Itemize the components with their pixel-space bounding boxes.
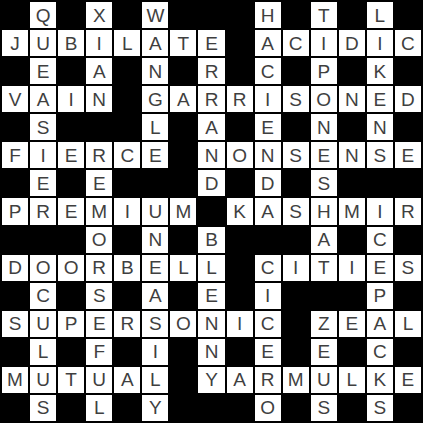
- letter-cell-r8c5[interactable]: N: [142, 227, 168, 253]
- block-cell-r6c2: [58, 170, 84, 196]
- block-cell-r6c12: [339, 170, 365, 196]
- letter-cell-r6c7[interactable]: D: [198, 170, 224, 196]
- letter-cell-r1c6[interactable]: T: [170, 30, 196, 56]
- letter-cell-r10c3[interactable]: S: [86, 283, 112, 309]
- letter-cell-r9c3[interactable]: R: [86, 255, 112, 281]
- letter-cell-r0c3[interactable]: X: [86, 2, 112, 28]
- letter-cell-r12c5[interactable]: I: [142, 339, 168, 365]
- letter-cell-r7c6[interactable]: M: [170, 198, 196, 224]
- letter-cell-r3c2[interactable]: I: [58, 86, 84, 112]
- block-cell-r8c12: [339, 227, 365, 253]
- letter-cell-r11c3[interactable]: E: [86, 311, 112, 337]
- letter-cell-r2c11[interactable]: P: [311, 58, 337, 84]
- letter-cell-r13c12[interactable]: L: [339, 367, 365, 393]
- letter-cell-r7c8[interactable]: K: [227, 198, 253, 224]
- letter-cell-r12c13[interactable]: C: [367, 339, 393, 365]
- letter-cell-r5c12[interactable]: N: [339, 142, 365, 168]
- letter-cell-r3c14[interactable]: D: [395, 86, 421, 112]
- letter-cell-r7c13[interactable]: I: [367, 198, 393, 224]
- letter-cell-r3c6[interactable]: A: [170, 86, 196, 112]
- letter-cell-r1c9[interactable]: A: [255, 30, 281, 56]
- letter-cell-r6c3[interactable]: E: [86, 170, 112, 196]
- letter-cell-r2c7[interactable]: R: [198, 58, 224, 84]
- letter-cell-r13c5[interactable]: L: [142, 367, 168, 393]
- letter-cell-r1c3[interactable]: I: [86, 30, 112, 56]
- block-cell-r14c7: [198, 395, 224, 421]
- block-cell-r12c2: [58, 339, 84, 365]
- letter-cell-r8c7[interactable]: B: [198, 227, 224, 253]
- letter-cell-r5c5[interactable]: E: [142, 142, 168, 168]
- letter-cell-r2c9[interactable]: C: [255, 58, 281, 84]
- letter-cell-r12c11[interactable]: E: [311, 339, 337, 365]
- block-cell-r2c12: [339, 58, 365, 84]
- letter-cell-r10c9[interactable]: I: [255, 283, 281, 309]
- block-cell-r6c5: [142, 170, 168, 196]
- letter-cell-r7c5[interactable]: U: [142, 198, 168, 224]
- letter-cell-r7c9[interactable]: A: [255, 198, 281, 224]
- letter-cell-r11c14[interactable]: L: [395, 311, 421, 337]
- letter-cell-r5c14[interactable]: E: [395, 142, 421, 168]
- letter-cell-r5c2[interactable]: E: [58, 142, 84, 168]
- letter-cell-r7c12[interactable]: M: [339, 198, 365, 224]
- letter-cell-r13c0[interactable]: M: [2, 367, 28, 393]
- letter-cell-r12c3[interactable]: F: [86, 339, 112, 365]
- letter-cell-r7c14[interactable]: R: [395, 198, 421, 224]
- block-cell-r12c10: [283, 339, 309, 365]
- block-cell-r8c14: [395, 227, 421, 253]
- letter-cell-r5c0[interactable]: F: [2, 142, 28, 168]
- block-cell-r12c12: [339, 339, 365, 365]
- letter-cell-r10c7[interactable]: E: [198, 283, 224, 309]
- letter-cell-r1c4[interactable]: L: [114, 30, 140, 56]
- block-cell-r8c0: [2, 227, 28, 253]
- block-cell-r10c0: [2, 283, 28, 309]
- letter-cell-r0c1[interactable]: Q: [30, 2, 56, 28]
- block-cell-r10c12: [339, 283, 365, 309]
- block-cell-r4c3: [86, 114, 112, 140]
- letter-cell-r5c1[interactable]: I: [30, 142, 56, 168]
- letter-cell-r4c11[interactable]: N: [311, 114, 337, 140]
- letter-cell-r6c9[interactable]: D: [255, 170, 281, 196]
- letter-cell-r5c4[interactable]: C: [114, 142, 140, 168]
- block-cell-r10c8: [227, 283, 253, 309]
- letter-cell-r9c2[interactable]: O: [58, 255, 84, 281]
- letter-cell-r6c11[interactable]: S: [311, 170, 337, 196]
- letter-cell-r9c14[interactable]: S: [395, 255, 421, 281]
- block-cell-r4c8: [227, 114, 253, 140]
- block-cell-r0c2: [58, 2, 84, 28]
- block-cell-r0c12: [339, 2, 365, 28]
- block-cell-r8c4: [114, 227, 140, 253]
- block-cell-r6c8: [227, 170, 253, 196]
- letter-cell-r0c9[interactable]: H: [255, 2, 281, 28]
- block-cell-r0c10: [283, 2, 309, 28]
- letter-cell-r7c0[interactable]: P: [2, 198, 28, 224]
- letter-cell-r3c3[interactable]: N: [86, 86, 112, 112]
- letter-cell-r1c7[interactable]: E: [198, 30, 224, 56]
- letter-cell-r14c11[interactable]: S: [311, 395, 337, 421]
- letter-cell-r11c9[interactable]: C: [255, 311, 281, 337]
- letter-cell-r0c11[interactable]: T: [311, 2, 337, 28]
- block-cell-r8c2: [58, 227, 84, 253]
- letter-cell-r13c8[interactable]: A: [227, 367, 253, 393]
- letter-cell-r3c7[interactable]: R: [198, 86, 224, 112]
- block-cell-r12c6: [170, 339, 196, 365]
- letter-cell-r1c5[interactable]: A: [142, 30, 168, 56]
- letter-cell-r8c11[interactable]: A: [311, 227, 337, 253]
- letter-cell-r13c7[interactable]: Y: [198, 367, 224, 393]
- letter-cell-r14c13[interactable]: S: [367, 395, 393, 421]
- letter-cell-r1c14[interactable]: C: [395, 30, 421, 56]
- letter-cell-r7c1[interactable]: R: [30, 198, 56, 224]
- block-cell-r11c10: [283, 311, 309, 337]
- block-cell-r4c10: [283, 114, 309, 140]
- block-cell-r2c2: [58, 58, 84, 84]
- letter-cell-r2c5[interactable]: N: [142, 58, 168, 84]
- letter-cell-r9c1[interactable]: O: [30, 255, 56, 281]
- letter-cell-r13c2[interactable]: T: [58, 367, 84, 393]
- letter-cell-r14c5[interactable]: Y: [142, 395, 168, 421]
- block-cell-r10c6: [170, 283, 196, 309]
- letter-cell-r11c13[interactable]: A: [367, 311, 393, 337]
- block-cell-r14c0: [2, 395, 28, 421]
- block-cell-r4c6: [170, 114, 196, 140]
- letter-cell-r10c5[interactable]: A: [142, 283, 168, 309]
- block-cell-r8c10: [283, 227, 309, 253]
- block-cell-r12c0: [2, 339, 28, 365]
- block-cell-r8c1: [30, 227, 56, 253]
- letter-cell-r1c11[interactable]: I: [311, 30, 337, 56]
- letter-cell-r6c1[interactable]: E: [30, 170, 56, 196]
- block-cell-r12c4: [114, 339, 140, 365]
- letter-cell-r3c10[interactable]: S: [283, 86, 309, 112]
- block-cell-r12c14: [395, 339, 421, 365]
- letter-cell-r4c7[interactable]: A: [198, 114, 224, 140]
- block-cell-r6c0: [2, 170, 28, 196]
- letter-cell-r3c5[interactable]: G: [142, 86, 168, 112]
- letter-cell-r11c1[interactable]: U: [30, 311, 56, 337]
- letter-cell-r2c13[interactable]: K: [367, 58, 393, 84]
- letter-cell-r5c13[interactable]: S: [367, 142, 393, 168]
- letter-cell-r14c3[interactable]: L: [86, 395, 112, 421]
- letter-cell-r9c5[interactable]: E: [142, 255, 168, 281]
- letter-cell-r1c1[interactable]: U: [30, 30, 56, 56]
- letter-cell-r11c5[interactable]: S: [142, 311, 168, 337]
- letter-cell-r0c5[interactable]: W: [142, 2, 168, 28]
- letter-cell-r9c13[interactable]: E: [367, 255, 393, 281]
- block-cell-r8c6: [170, 227, 196, 253]
- letter-cell-r1c13[interactable]: I: [367, 30, 393, 56]
- letter-cell-r9c12[interactable]: I: [339, 255, 365, 281]
- block-cell-r10c10: [283, 283, 309, 309]
- letter-cell-r3c13[interactable]: E: [367, 86, 393, 112]
- block-cell-r0c8: [227, 2, 253, 28]
- block-cell-r8c8: [227, 227, 253, 253]
- block-cell-r0c6: [170, 2, 196, 28]
- letter-cell-r12c1[interactable]: L: [30, 339, 56, 365]
- letter-cell-r5c11[interactable]: E: [311, 142, 337, 168]
- block-cell-r9c8: [227, 255, 253, 281]
- letter-cell-r9c4[interactable]: B: [114, 255, 140, 281]
- letter-cell-r13c1[interactable]: U: [30, 367, 56, 393]
- letter-cell-r5c9[interactable]: N: [255, 142, 281, 168]
- block-cell-r4c2: [58, 114, 84, 140]
- letter-cell-r10c1[interactable]: C: [30, 283, 56, 309]
- letter-cell-r11c2[interactable]: P: [58, 311, 84, 337]
- block-cell-r3c4: [114, 86, 140, 112]
- letter-cell-r8c3[interactable]: O: [86, 227, 112, 253]
- block-cell-r10c4: [114, 283, 140, 309]
- block-cell-r2c6: [170, 58, 196, 84]
- block-cell-r2c0: [2, 58, 28, 84]
- letter-cell-r13c4[interactable]: A: [114, 367, 140, 393]
- letter-cell-r5c10[interactable]: S: [283, 142, 309, 168]
- block-cell-r2c4: [114, 58, 140, 84]
- letter-cell-r11c4[interactable]: R: [114, 311, 140, 337]
- letter-cell-r9c9[interactable]: C: [255, 255, 281, 281]
- block-cell-r10c2: [58, 283, 84, 309]
- block-cell-r14c2: [58, 395, 84, 421]
- block-cell-r10c14: [395, 283, 421, 309]
- block-cell-r5c6: [170, 142, 196, 168]
- letter-cell-r4c13[interactable]: N: [367, 114, 393, 140]
- letter-cell-r1c12[interactable]: D: [339, 30, 365, 56]
- letter-cell-r11c8[interactable]: I: [227, 311, 253, 337]
- block-cell-r10c11: [311, 283, 337, 309]
- block-cell-r12c8: [227, 339, 253, 365]
- letter-cell-r11c6[interactable]: O: [170, 311, 196, 337]
- block-cell-r4c0: [2, 114, 28, 140]
- letter-cell-r2c1[interactable]: E: [30, 58, 56, 84]
- block-cell-r14c8: [227, 395, 253, 421]
- letter-cell-r9c10[interactable]: I: [283, 255, 309, 281]
- letter-cell-r8c13[interactable]: C: [367, 227, 393, 253]
- letter-cell-r3c11[interactable]: O: [311, 86, 337, 112]
- letter-cell-r13c14[interactable]: E: [395, 367, 421, 393]
- letter-cell-r3c8[interactable]: R: [227, 86, 253, 112]
- block-cell-r1c8: [227, 30, 253, 56]
- letter-cell-r10c13[interactable]: P: [367, 283, 393, 309]
- block-cell-r4c14: [395, 114, 421, 140]
- block-cell-r6c4: [114, 170, 140, 196]
- letter-cell-r13c10[interactable]: M: [283, 367, 309, 393]
- block-cell-r14c4: [114, 395, 140, 421]
- block-cell-r4c12: [339, 114, 365, 140]
- block-cell-r0c4: [114, 2, 140, 28]
- letter-cell-r7c10[interactable]: S: [283, 198, 309, 224]
- letter-cell-r13c9[interactable]: R: [255, 367, 281, 393]
- block-cell-r6c14: [395, 170, 421, 196]
- letter-cell-r0c13[interactable]: L: [367, 2, 393, 28]
- letter-cell-r14c1[interactable]: S: [30, 395, 56, 421]
- letter-cell-r13c3[interactable]: U: [86, 367, 112, 393]
- letter-cell-r2c3[interactable]: A: [86, 58, 112, 84]
- letter-cell-r13c11[interactable]: U: [311, 367, 337, 393]
- letter-cell-r11c0[interactable]: S: [2, 311, 28, 337]
- letter-cell-r3c9[interactable]: I: [255, 86, 281, 112]
- block-cell-r0c7: [198, 2, 224, 28]
- letter-cell-r5c7[interactable]: N: [198, 142, 224, 168]
- block-cell-r2c10: [283, 58, 309, 84]
- letter-cell-r13c13[interactable]: K: [367, 367, 393, 393]
- letter-cell-r1c10[interactable]: C: [283, 30, 309, 56]
- letter-cell-r9c6[interactable]: L: [170, 255, 196, 281]
- letter-cell-r11c12[interactable]: E: [339, 311, 365, 337]
- letter-cell-r9c7[interactable]: L: [198, 255, 224, 281]
- block-cell-r8c9: [255, 227, 281, 253]
- letter-cell-r7c3[interactable]: M: [86, 198, 112, 224]
- block-cell-r6c6: [170, 170, 196, 196]
- letter-cell-r9c11[interactable]: T: [311, 255, 337, 281]
- block-cell-r0c0: [2, 2, 28, 28]
- block-cell-r14c10: [283, 395, 309, 421]
- block-cell-r13c6: [170, 367, 196, 393]
- letter-cell-r12c9[interactable]: E: [255, 339, 281, 365]
- letter-cell-r7c4[interactable]: I: [114, 198, 140, 224]
- block-cell-r6c13: [367, 170, 393, 196]
- letter-cell-r5c8[interactable]: O: [227, 142, 253, 168]
- letter-cell-r11c11[interactable]: Z: [311, 311, 337, 337]
- block-cell-r7c7: [198, 198, 224, 224]
- letter-cell-r4c9[interactable]: E: [255, 114, 281, 140]
- block-cell-r14c6: [170, 395, 196, 421]
- letter-cell-r3c0[interactable]: V: [2, 86, 28, 112]
- block-cell-r2c14: [395, 58, 421, 84]
- block-cell-r6c10: [283, 170, 309, 196]
- letter-cell-r9c0[interactable]: D: [2, 255, 28, 281]
- letter-cell-r5c3[interactable]: R: [86, 142, 112, 168]
- letter-cell-r4c1[interactable]: S: [30, 114, 56, 140]
- letter-cell-r11c7[interactable]: N: [198, 311, 224, 337]
- letter-cell-r3c1[interactable]: A: [30, 86, 56, 112]
- block-cell-r4c4: [114, 114, 140, 140]
- letter-cell-r14c9[interactable]: O: [255, 395, 281, 421]
- block-cell-r14c12: [339, 395, 365, 421]
- block-cell-r0c14: [395, 2, 421, 28]
- letter-cell-r3c12[interactable]: N: [339, 86, 365, 112]
- crossword-board: QXWHTLJUBILATEACIDICEANRCPKVAINGARRISONE…: [0, 0, 423, 423]
- block-cell-r2c8: [227, 58, 253, 84]
- letter-cell-r7c11[interactable]: H: [311, 198, 337, 224]
- letter-cell-r1c0[interactable]: J: [2, 30, 28, 56]
- letter-cell-r1c2[interactable]: B: [58, 30, 84, 56]
- letter-cell-r7c2[interactable]: E: [58, 198, 84, 224]
- letter-cell-r12c7[interactable]: N: [198, 339, 224, 365]
- letter-cell-r4c5[interactable]: L: [142, 114, 168, 140]
- block-cell-r14c14: [395, 395, 421, 421]
